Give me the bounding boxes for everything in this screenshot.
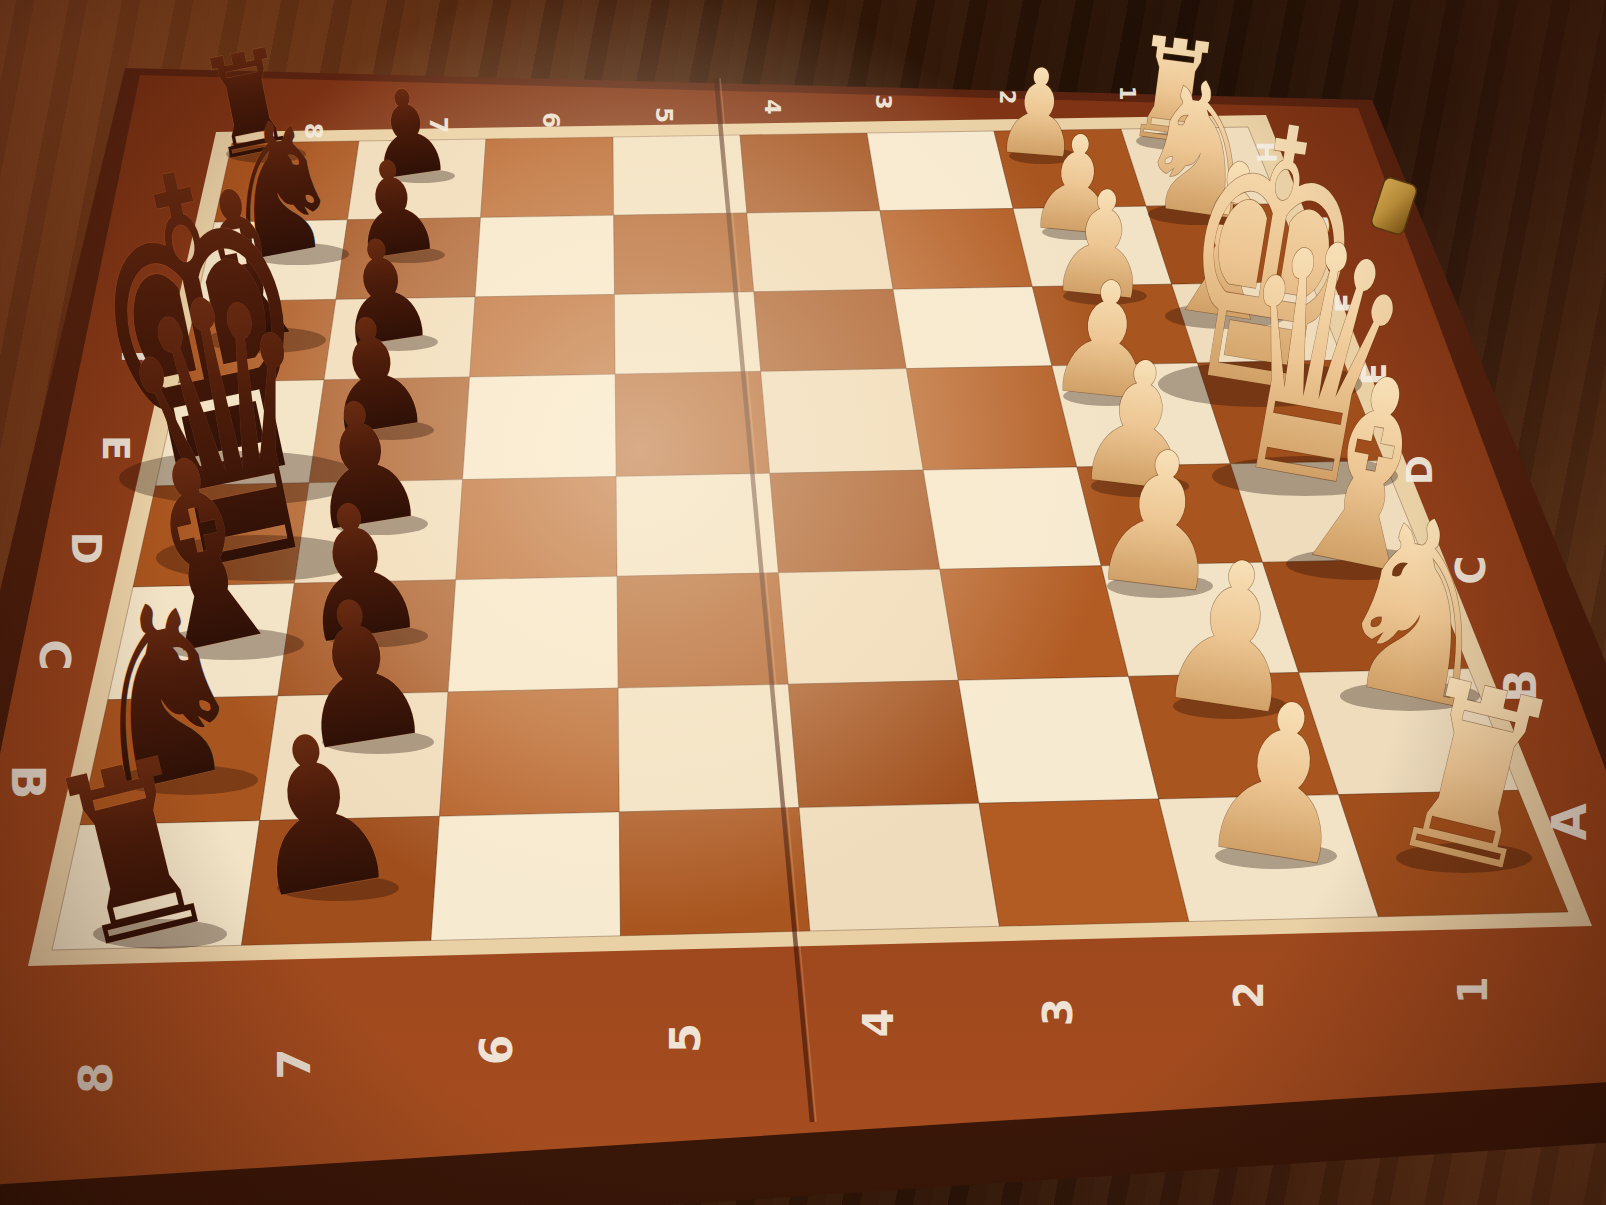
vignette-overlay xyxy=(0,0,1606,1205)
chess-board: 8765432187654321FEDCBHGFEDCBA♜♜♟♟♞♟♞♟♟♝♝… xyxy=(0,0,1606,1205)
chess-photo-scene: 8765432187654321FEDCBHGFEDCBA♜♜♟♟♞♟♞♟♟♝♝… xyxy=(0,0,1606,1205)
